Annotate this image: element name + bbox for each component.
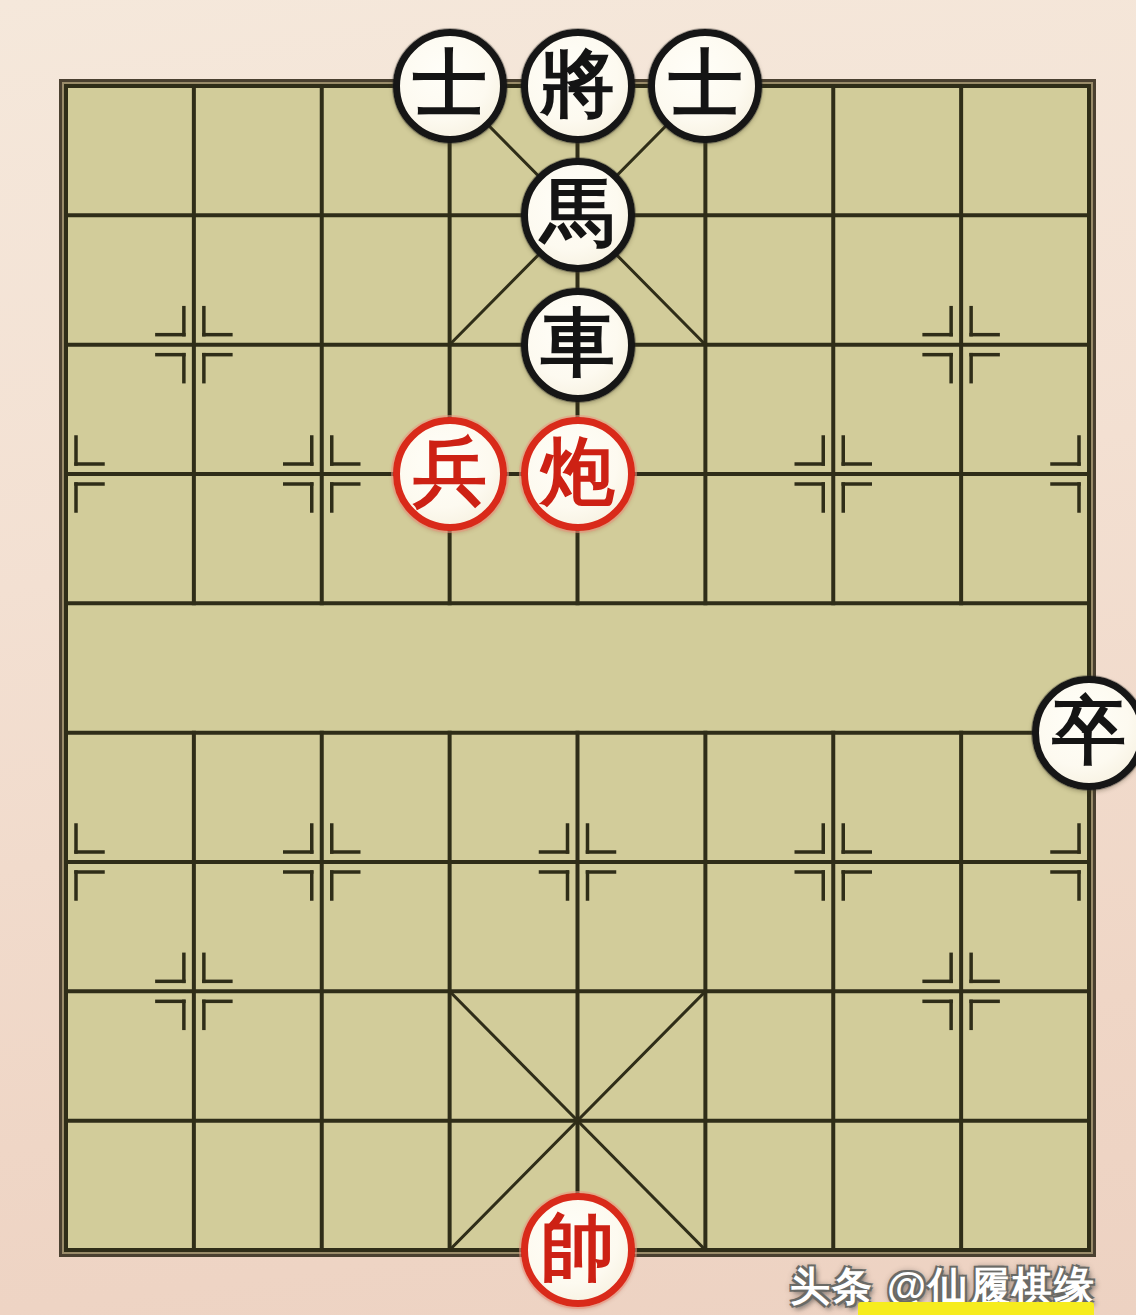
piece-black-advisor-left[interactable]: 士	[393, 29, 507, 143]
piece-glyph: 兵	[413, 435, 487, 509]
piece-glyph: 士	[668, 47, 742, 121]
xiangqi-screenshot: { "game": "xiangqi", "position": { "fen"…	[0, 0, 1136, 1315]
piece-red-cannon[interactable]: 炮	[521, 417, 635, 531]
piece-glyph: 帥	[541, 1211, 615, 1285]
piece-black-horse[interactable]: 馬	[521, 158, 635, 272]
piece-glyph: 馬	[541, 176, 615, 250]
piece-glyph: 士	[413, 47, 487, 121]
piece-black-general[interactable]: 將	[521, 29, 635, 143]
piece-glyph: 卒	[1052, 694, 1126, 768]
piece-glyph: 車	[541, 306, 615, 380]
piece-black-chariot[interactable]: 車	[521, 288, 635, 402]
piece-black-advisor-right[interactable]: 士	[648, 29, 762, 143]
watermark-accent-bar	[858, 1302, 1094, 1315]
piece-glyph: 將	[541, 47, 615, 121]
piece-red-general[interactable]: 帥	[521, 1193, 635, 1307]
piece-glyph: 炮	[541, 435, 615, 509]
piece-black-soldier[interactable]: 卒	[1032, 676, 1136, 790]
piece-red-soldier[interactable]: 兵	[393, 417, 507, 531]
